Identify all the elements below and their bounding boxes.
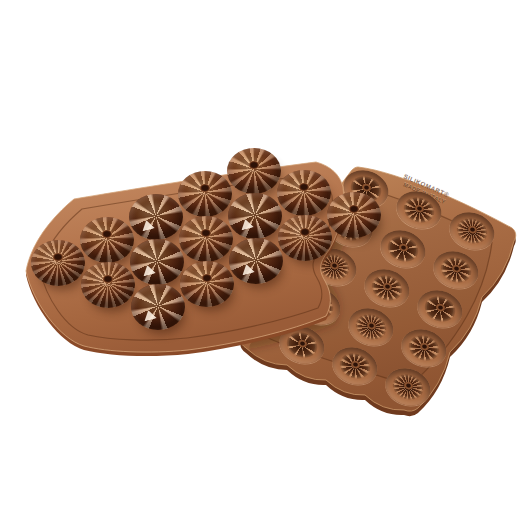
bundt-cell-bump xyxy=(229,238,283,284)
bundt-cavity xyxy=(322,203,378,253)
right-mold-sheet xyxy=(240,167,515,411)
bundt-cell-bump xyxy=(130,239,184,285)
right-mold-tray-groove xyxy=(268,188,492,386)
bundt-cell-bump xyxy=(277,170,331,216)
bundt-cavity xyxy=(412,284,468,334)
embossed-brand-text: SILIKOMART® SILIKOMART® MADE IN ITALY MA… xyxy=(400,172,451,205)
bundt-cell-bump xyxy=(327,192,381,238)
bundt-cavity xyxy=(306,242,362,292)
bundt-cavity xyxy=(375,224,431,274)
bundt-cavity xyxy=(428,245,484,295)
left-mold-side-face xyxy=(26,166,344,356)
embossed-brand-line2: MADE IN ITALY xyxy=(402,181,446,205)
left-mold-sheet xyxy=(26,162,344,352)
right-mold-graphic: SILIKOMART® SILIKOMART® MADE IN ITALY MA… xyxy=(0,0,520,520)
bundt-cavity xyxy=(338,164,394,214)
left-mold-rim-groove xyxy=(40,175,332,340)
bundt-cavity xyxy=(380,362,436,412)
embossed-brand-line2-highlight: MADE IN ITALY xyxy=(403,181,447,205)
bundt-cavity xyxy=(391,185,447,235)
bundt-cavity xyxy=(396,323,452,373)
bundt-cell-bump xyxy=(31,240,85,286)
bundt-cell-bump xyxy=(179,216,233,262)
bundt-cell-bump xyxy=(278,215,332,261)
cavity-grid xyxy=(0,0,520,520)
product-photo: SILIKOMART® SILIKOMART® MADE IN ITALY MA… xyxy=(0,0,520,520)
bundt-cell-bump xyxy=(228,193,282,239)
bundt-cavity xyxy=(343,302,399,352)
bundt-cell-bump xyxy=(178,171,232,217)
embossed-brand-line1-highlight: SILIKOMART® xyxy=(403,172,451,198)
bundt-cavity xyxy=(444,206,500,256)
bundt-cell-bump xyxy=(131,284,185,330)
left-mold-graphic xyxy=(0,0,520,520)
bundt-cell-bump xyxy=(227,148,281,194)
bundt-cavity xyxy=(274,320,330,370)
left-mold-cast-shadow xyxy=(35,170,353,360)
bundt-cell-bump xyxy=(81,262,135,308)
bundt-cell-bump xyxy=(80,217,134,263)
bundt-cell-bump xyxy=(129,194,183,240)
embossed-brand-line1: SILIKOMART® xyxy=(403,172,451,198)
bump-grid xyxy=(0,0,520,520)
right-mold-side-face xyxy=(240,172,515,416)
bundt-cavity xyxy=(327,341,383,391)
bundt-cell-bump xyxy=(180,261,234,307)
bundt-cavity xyxy=(290,281,346,331)
bundt-cavity xyxy=(359,263,415,313)
